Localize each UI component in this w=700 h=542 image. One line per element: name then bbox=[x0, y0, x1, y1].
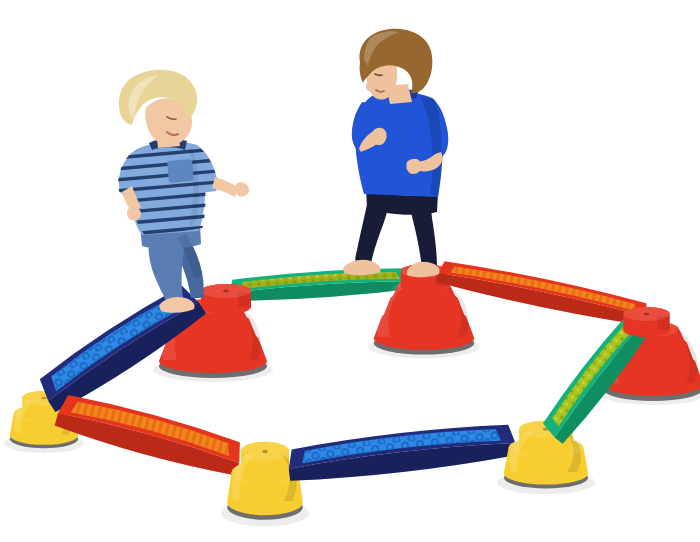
child-left-boy bbox=[107, 70, 249, 313]
left-boy-arm-right bbox=[212, 177, 239, 197]
right-boy-front-foot bbox=[343, 260, 381, 275]
beam-blue-bottom bbox=[286, 420, 517, 485]
photo-canvas bbox=[0, 0, 700, 542]
stepping-stone-yellow-bottom-right bbox=[497, 421, 595, 494]
beam-green-top bbox=[228, 266, 411, 304]
left-boy-hand-right bbox=[235, 183, 249, 197]
child-right-boy bbox=[343, 29, 448, 277]
scene-illustration bbox=[0, 0, 700, 542]
left-boy-chest-pocket bbox=[167, 159, 194, 183]
beam-orange-bottom-left bbox=[54, 390, 246, 479]
balance-course bbox=[4, 257, 700, 526]
stepping-stone-red-right-top bbox=[623, 307, 670, 337]
